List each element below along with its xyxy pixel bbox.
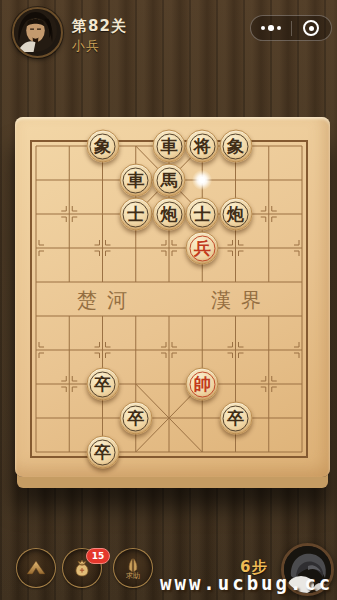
piece-車[interactable]: 車 [153, 130, 186, 163]
piece-象[interactable]: 象 [219, 130, 252, 163]
piece-炮[interactable]: 炮 [219, 198, 252, 231]
xiangqi-board[interactable]: 楚河 漢界 象車将象車馬士炮士炮兵卒帥卒卒卒 [15, 117, 330, 477]
ask-help-button[interactable]: 求助 [113, 548, 153, 588]
tip-count-badge: 15 [86, 548, 110, 564]
player-avatar [12, 7, 63, 58]
piece-帥[interactable]: 帥 [186, 368, 219, 401]
move-hint-sparkle [192, 170, 212, 190]
piece-卒[interactable]: 卒 [86, 436, 119, 469]
more-menu-button[interactable] [251, 16, 291, 40]
wechat-capsule [250, 15, 332, 41]
player-portrait-icon [14, 9, 57, 52]
exit-button[interactable] [292, 16, 332, 40]
praying-hands-icon: 求助 [121, 556, 145, 580]
piece-車[interactable]: 車 [119, 164, 152, 197]
piece-layer: 象車将象車馬士炮士炮兵卒帥卒卒卒 [15, 117, 330, 477]
piece-炮[interactable]: 炮 [153, 198, 186, 231]
piece-将[interactable]: 将 [186, 130, 219, 163]
piece-士[interactable]: 士 [119, 198, 152, 231]
collapse-button[interactable] [16, 548, 56, 588]
piece-卒[interactable]: 卒 [119, 402, 152, 435]
piece-象[interactable]: 象 [86, 130, 119, 163]
more-dots-icon [261, 26, 265, 30]
level-label: 第82关 [72, 17, 127, 36]
exit-circle-icon [303, 20, 319, 36]
svg-text:求助: 求助 [126, 571, 140, 580]
piece-士[interactable]: 士 [186, 198, 219, 231]
piece-卒[interactable]: 卒 [219, 402, 252, 435]
piece-馬[interactable]: 馬 [153, 164, 186, 197]
app-screen: { "header": { "level": "第82关", "rank": "… [0, 0, 337, 600]
chevron-up-icon [25, 557, 47, 579]
watermark: www.ucbug.cc [160, 572, 333, 594]
piece-兵[interactable]: 兵 [186, 232, 219, 265]
piece-卒[interactable]: 卒 [86, 368, 119, 401]
rank-label: 小兵 [72, 37, 100, 55]
